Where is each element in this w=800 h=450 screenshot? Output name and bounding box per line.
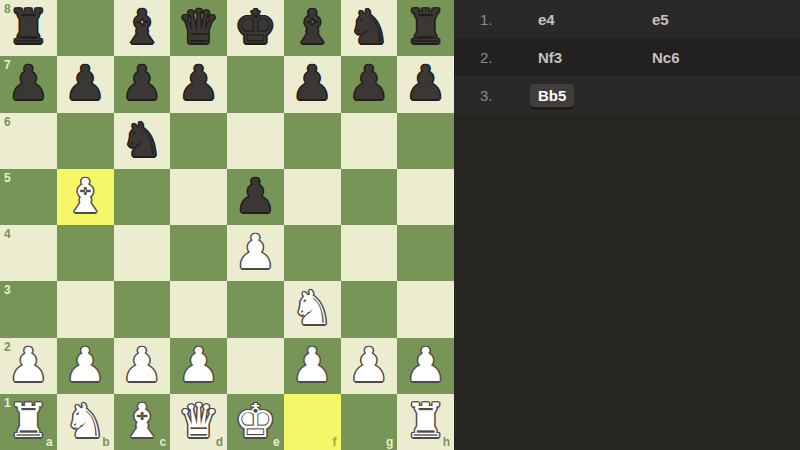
move-black-e5[interactable]: e5 — [644, 8, 677, 31]
square-f1[interactable]: f — [284, 394, 341, 450]
black-pawn[interactable]: ♟ — [405, 59, 447, 106]
square-d2[interactable]: ♟ — [170, 338, 227, 394]
rank-label-2: 2 — [4, 340, 11, 354]
square-e3[interactable] — [227, 281, 284, 337]
chess-board: ♜8♝♛♚♝♞♜♟7♟♟♟♟♟♟6♞5♝♟4♟3♞♟2♟♟♟♟♟♟♜1a♞b♝c… — [0, 0, 454, 450]
square-g6[interactable] — [341, 113, 398, 169]
move-black-Nc6[interactable]: Nc6 — [644, 46, 688, 69]
square-h8[interactable]: ♜ — [397, 0, 454, 56]
square-g2[interactable]: ♟ — [341, 338, 398, 394]
rank-label-5: 5 — [4, 171, 11, 185]
move-row-2: 2.Nf3Nc6 — [454, 38, 800, 76]
black-pawn[interactable]: ♟ — [7, 59, 49, 106]
square-e7[interactable] — [227, 56, 284, 112]
square-a7[interactable]: ♟7 — [0, 56, 57, 112]
square-c3[interactable] — [114, 281, 171, 337]
square-h6[interactable] — [397, 113, 454, 169]
square-d3[interactable] — [170, 281, 227, 337]
black-rook[interactable]: ♜ — [7, 3, 49, 50]
white-knight[interactable]: ♞ — [291, 284, 333, 331]
square-g5[interactable] — [341, 169, 398, 225]
file-label-d: d — [216, 435, 223, 449]
square-b7[interactable]: ♟ — [57, 56, 114, 112]
square-f6[interactable] — [284, 113, 341, 169]
square-f7[interactable]: ♟ — [284, 56, 341, 112]
square-f2[interactable]: ♟ — [284, 338, 341, 394]
file-label-e: e — [273, 435, 280, 449]
square-f3[interactable]: ♞ — [284, 281, 341, 337]
white-bishop[interactable]: ♝ — [64, 172, 106, 219]
move-white-Bb5[interactable]: Bb5 — [530, 84, 574, 107]
rank-label-8: 8 — [4, 2, 11, 16]
white-pawn[interactable]: ♟ — [7, 341, 49, 388]
square-c8[interactable]: ♝ — [114, 0, 171, 56]
white-pawn[interactable]: ♟ — [121, 341, 163, 388]
white-king[interactable]: ♚ — [234, 397, 276, 444]
white-pawn[interactable]: ♟ — [291, 341, 333, 388]
rank-label-7: 7 — [4, 58, 11, 72]
square-a1[interactable]: ♜1a — [0, 394, 57, 450]
square-g3[interactable] — [341, 281, 398, 337]
square-d5[interactable] — [170, 169, 227, 225]
square-h3[interactable] — [397, 281, 454, 337]
white-rook[interactable]: ♜ — [7, 397, 49, 444]
square-g1[interactable]: g — [341, 394, 398, 450]
square-d8[interactable]: ♛ — [170, 0, 227, 56]
square-c5[interactable] — [114, 169, 171, 225]
square-c1[interactable]: ♝c — [114, 394, 171, 450]
square-e6[interactable] — [227, 113, 284, 169]
white-pawn[interactable]: ♟ — [234, 228, 276, 275]
square-a3[interactable]: 3 — [0, 281, 57, 337]
black-pawn[interactable]: ♟ — [348, 59, 390, 106]
white-pawn[interactable]: ♟ — [64, 341, 106, 388]
white-queen[interactable]: ♛ — [178, 397, 220, 444]
square-e1[interactable]: ♚e — [227, 394, 284, 450]
black-knight[interactable]: ♞ — [348, 3, 390, 50]
black-king[interactable]: ♚ — [234, 3, 276, 50]
square-b5[interactable]: ♝ — [57, 169, 114, 225]
square-d4[interactable] — [170, 225, 227, 281]
black-pawn[interactable]: ♟ — [291, 59, 333, 106]
square-h1[interactable]: ♜h — [397, 394, 454, 450]
white-rook[interactable]: ♜ — [405, 397, 447, 444]
file-label-h: h — [443, 435, 450, 449]
square-b4[interactable] — [57, 225, 114, 281]
square-b1[interactable]: ♞b — [57, 394, 114, 450]
square-a6[interactable]: 6 — [0, 113, 57, 169]
move-list: 1.e4e52.Nf3Nc63.Bb5 — [454, 0, 800, 114]
black-queen[interactable]: ♛ — [178, 3, 220, 50]
move-white-e4[interactable]: e4 — [530, 8, 563, 31]
square-e8[interactable]: ♚ — [227, 0, 284, 56]
file-label-f: f — [333, 435, 337, 449]
square-c7[interactable]: ♟ — [114, 56, 171, 112]
square-b3[interactable] — [57, 281, 114, 337]
square-g8[interactable]: ♞ — [341, 0, 398, 56]
black-pawn[interactable]: ♟ — [121, 59, 163, 106]
square-e2[interactable] — [227, 338, 284, 394]
file-label-b: b — [102, 435, 109, 449]
move-row-3: 3.Bb5 — [454, 76, 800, 114]
square-d7[interactable]: ♟ — [170, 56, 227, 112]
file-label-a: a — [46, 435, 53, 449]
white-pawn[interactable]: ♟ — [178, 341, 220, 388]
square-c2[interactable]: ♟ — [114, 338, 171, 394]
black-pawn[interactable]: ♟ — [178, 59, 220, 106]
square-c6[interactable]: ♞ — [114, 113, 171, 169]
square-a4[interactable]: 4 — [0, 225, 57, 281]
black-rook[interactable]: ♜ — [405, 3, 447, 50]
square-d1[interactable]: ♛d — [170, 394, 227, 450]
rank-label-6: 6 — [4, 115, 11, 129]
black-bishop[interactable]: ♝ — [291, 3, 333, 50]
move-list-panel: 1.e4e52.Nf3Nc63.Bb5 — [454, 0, 800, 450]
black-pawn[interactable]: ♟ — [234, 172, 276, 219]
white-bishop[interactable]: ♝ — [121, 397, 163, 444]
square-b2[interactable]: ♟ — [57, 338, 114, 394]
move-white-Nf3[interactable]: Nf3 — [530, 46, 570, 69]
rank-label-1: 1 — [4, 396, 11, 410]
rank-label-3: 3 — [4, 283, 11, 297]
square-g4[interactable] — [341, 225, 398, 281]
move-row-1: 1.e4e5 — [454, 0, 800, 38]
square-a2[interactable]: ♟2 — [0, 338, 57, 394]
square-e5[interactable]: ♟ — [227, 169, 284, 225]
square-a5[interactable]: 5 — [0, 169, 57, 225]
square-a8[interactable]: ♜8 — [0, 0, 57, 56]
white-knight[interactable]: ♞ — [64, 397, 106, 444]
file-label-c: c — [160, 435, 167, 449]
square-b6[interactable] — [57, 113, 114, 169]
black-pawn[interactable]: ♟ — [64, 59, 106, 106]
square-f8[interactable]: ♝ — [284, 0, 341, 56]
white-pawn[interactable]: ♟ — [348, 341, 390, 388]
square-h4[interactable] — [397, 225, 454, 281]
file-label-g: g — [386, 435, 393, 449]
square-h5[interactable] — [397, 169, 454, 225]
square-f4[interactable] — [284, 225, 341, 281]
square-d6[interactable] — [170, 113, 227, 169]
square-f5[interactable] — [284, 169, 341, 225]
square-h2[interactable]: ♟ — [397, 338, 454, 394]
square-e4[interactable]: ♟ — [227, 225, 284, 281]
square-b8[interactable] — [57, 0, 114, 56]
black-bishop[interactable]: ♝ — [121, 3, 163, 50]
square-h7[interactable]: ♟ — [397, 56, 454, 112]
square-g7[interactable]: ♟ — [341, 56, 398, 112]
black-knight[interactable]: ♞ — [121, 116, 163, 163]
rank-label-4: 4 — [4, 227, 11, 241]
square-c4[interactable] — [114, 225, 171, 281]
white-pawn[interactable]: ♟ — [405, 341, 447, 388]
